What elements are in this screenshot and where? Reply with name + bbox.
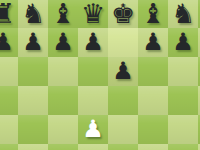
black-bishop-f8[interactable]: ♝: [141, 0, 165, 28]
square-a7[interactable]: ♟: [0, 28, 18, 57]
square-d8[interactable]: ♛: [78, 0, 108, 28]
square-a5[interactable]: [0, 86, 18, 115]
chess-board: ♜♞♝♛♚♝♞♜♟♟♟♟♟♟♟♟♟♟♟♟♟♟♟♟♜♞♝♛♚♝♞♜: [0, 0, 200, 150]
square-f4[interactable]: [138, 115, 168, 144]
black-pawn-c7[interactable]: ♟: [52, 28, 74, 57]
square-f3[interactable]: [138, 144, 168, 150]
square-h7[interactable]: ♟: [198, 28, 200, 57]
black-pawn-f7[interactable]: ♟: [142, 28, 164, 57]
square-b8[interactable]: ♞: [18, 0, 48, 28]
black-pawn-e6[interactable]: ♟: [112, 57, 134, 86]
black-pawn-a7[interactable]: ♟: [0, 28, 14, 57]
square-b5[interactable]: [18, 86, 48, 115]
square-a8[interactable]: ♜: [0, 0, 18, 28]
square-b4[interactable]: [18, 115, 48, 144]
square-e6[interactable]: ♟: [108, 57, 138, 86]
square-f8[interactable]: ♝: [138, 0, 168, 28]
square-d5[interactable]: [78, 86, 108, 115]
black-knight-g8[interactable]: ♞: [171, 0, 195, 28]
square-f6[interactable]: [138, 57, 168, 86]
black-pawn-d7[interactable]: ♟: [82, 28, 104, 57]
square-g8[interactable]: ♞: [168, 0, 198, 28]
square-a3[interactable]: [0, 144, 18, 150]
black-knight-b8[interactable]: ♞: [21, 0, 45, 28]
square-h4[interactable]: [198, 115, 200, 144]
square-c5[interactable]: [48, 86, 78, 115]
square-b6[interactable]: [18, 57, 48, 86]
square-a6[interactable]: [0, 57, 18, 86]
square-f7[interactable]: ♟: [138, 28, 168, 57]
square-f5[interactable]: [138, 86, 168, 115]
square-g4[interactable]: [168, 115, 198, 144]
white-pawn-d4[interactable]: ♟: [82, 115, 104, 144]
square-g5[interactable]: [168, 86, 198, 115]
square-h6[interactable]: [198, 57, 200, 86]
black-bishop-c8[interactable]: ♝: [51, 0, 75, 28]
square-a4[interactable]: [0, 115, 18, 144]
square-c4[interactable]: [48, 115, 78, 144]
square-d6[interactable]: [78, 57, 108, 86]
square-d3[interactable]: [78, 144, 108, 150]
black-rook-a8[interactable]: ♜: [0, 0, 15, 28]
square-e3[interactable]: [108, 144, 138, 150]
square-c3[interactable]: [48, 144, 78, 150]
black-pawn-b7[interactable]: ♟: [22, 28, 44, 57]
chess-board-viewport: ♜♞♝♛♚♝♞♜♟♟♟♟♟♟♟♟♟♟♟♟♟♟♟♟♜♞♝♛♚♝♞♜: [0, 0, 200, 150]
square-b3[interactable]: [18, 144, 48, 150]
black-pawn-g7[interactable]: ♟: [172, 28, 194, 57]
square-c7[interactable]: ♟: [48, 28, 78, 57]
square-h5[interactable]: [198, 86, 200, 115]
square-c8[interactable]: ♝: [48, 0, 78, 28]
square-e7[interactable]: [108, 28, 138, 57]
square-g3[interactable]: [168, 144, 198, 150]
square-e5[interactable]: [108, 86, 138, 115]
square-h3[interactable]: [198, 144, 200, 150]
square-b7[interactable]: ♟: [18, 28, 48, 57]
square-c6[interactable]: [48, 57, 78, 86]
black-king-e8[interactable]: ♚: [111, 0, 135, 28]
square-g7[interactable]: ♟: [168, 28, 198, 57]
square-d4[interactable]: ♟: [78, 115, 108, 144]
black-queen-d8[interactable]: ♛: [81, 0, 105, 28]
square-e4[interactable]: [108, 115, 138, 144]
square-h8[interactable]: ♜: [198, 0, 200, 28]
square-e8[interactable]: ♚: [108, 0, 138, 28]
square-g6[interactable]: [168, 57, 198, 86]
square-d7[interactable]: ♟: [78, 28, 108, 57]
